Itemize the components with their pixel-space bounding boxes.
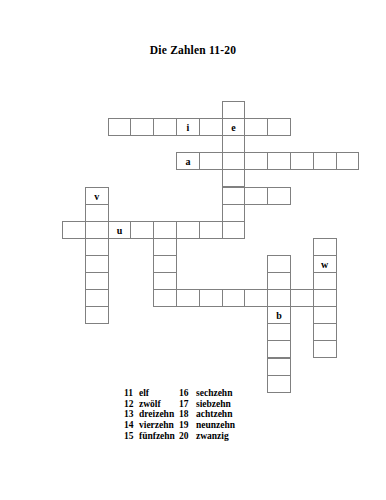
crossword-cell-empty[interactable] [108,118,132,136]
clue-number: 13 [124,409,139,420]
clue-number: 16 [179,388,196,399]
crossword-cell-empty[interactable] [199,221,223,239]
crossword-cell-empty[interactable] [267,375,291,393]
crossword-cell-empty[interactable] [153,255,177,273]
crossword-cell-empty[interactable] [130,118,154,136]
clue-number: 12 [124,399,139,410]
clue-word: neunzehn [196,420,235,431]
crossword-cell-empty[interactable] [222,169,246,187]
crossword-cell-empty[interactable] [336,152,360,170]
crossword-cell-empty[interactable] [267,323,291,341]
crossword-cell-empty[interactable] [153,238,177,256]
crossword-cell-empty[interactable] [267,272,291,290]
crossword-cell-empty[interactable] [85,255,109,273]
crossword-cell-empty[interactable] [153,272,177,290]
crossword-cell-empty[interactable] [85,238,109,256]
crossword-cell-empty[interactable] [130,221,154,239]
clue-word: achtzehn [196,409,235,420]
crossword-cell-empty[interactable] [313,340,337,358]
crossword-cell-empty[interactable] [85,272,109,290]
crossword-cell-given-letter[interactable]: w [313,255,337,273]
crossword-cell-empty[interactable] [244,118,268,136]
crossword-cell-empty[interactable] [222,101,246,119]
clue-number: 11 [124,388,139,399]
crossword-cell-empty[interactable] [244,187,268,205]
crossword-cell-given-letter[interactable]: b [267,306,291,324]
clue-word: siebzehn [196,399,235,410]
clue-word: zwanzig [196,431,235,442]
crossword-cell-empty[interactable] [267,255,291,273]
clue-word: elf [139,388,179,399]
crossword-cell-empty[interactable] [199,118,223,136]
crossword-cell-empty[interactable] [313,306,337,324]
clue-word: fünfzehn [139,431,179,442]
crossword-cell-empty[interactable] [199,289,223,307]
crossword-cell-empty[interactable] [267,187,291,205]
word-list: 11 elf 16 sechzehn 12 zwölf 17 siebzehn … [124,388,235,441]
crossword-cell-empty[interactable] [176,221,200,239]
crossword-cell-empty[interactable] [222,187,246,205]
clue-word: sechzehn [196,388,235,399]
crossword-cell-empty[interactable] [244,152,268,170]
crossword-cell-empty[interactable] [222,289,246,307]
crossword-cell-empty[interactable] [199,152,223,170]
crossword-cell-empty[interactable] [153,289,177,307]
crossword-cell-empty[interactable] [85,289,109,307]
crossword-cell-empty[interactable] [313,152,337,170]
clue-number: 14 [124,420,139,431]
crossword-cell-empty[interactable] [313,289,337,307]
clue-word: zwölf [139,399,179,410]
clue-number: 18 [179,409,196,420]
crossword-cell-empty[interactable] [85,221,109,239]
crossword-cell-empty[interactable] [153,221,177,239]
crossword-cell-given-letter[interactable]: a [176,152,200,170]
worksheet-page: Die Zahlen 11-20 ieavuwb 11 elf 16 sechz… [0,0,386,500]
crossword-cell-empty[interactable] [222,221,246,239]
clue-number: 17 [179,399,196,410]
crossword-cell-empty[interactable] [222,204,246,222]
crossword-cell-empty[interactable] [267,289,291,307]
crossword-cell-empty[interactable] [267,358,291,376]
clue-word: dreizehn [139,409,179,420]
crossword-cell-empty[interactable] [244,289,268,307]
crossword-cell-empty[interactable] [313,238,337,256]
clue-number: 19 [179,420,196,431]
crossword-cell-empty[interactable] [267,118,291,136]
page-title: Die Zahlen 11-20 [0,44,386,56]
crossword-cell-empty[interactable] [222,152,246,170]
crossword-cell-empty[interactable] [153,118,177,136]
clue-word: vierzehn [139,420,179,431]
crossword-cell-empty[interactable] [62,221,86,239]
crossword-cell-empty[interactable] [85,306,109,324]
clue-number: 15 [124,431,139,442]
crossword-grid: ieavuwb [62,101,360,393]
crossword-cell-given-letter[interactable]: v [85,187,109,205]
crossword-cell-given-letter[interactable]: i [176,118,200,136]
crossword-cell-given-letter[interactable]: u [108,221,132,239]
crossword-cell-empty[interactable] [267,152,291,170]
crossword-cell-empty[interactable] [176,289,200,307]
crossword-cell-empty[interactable] [85,204,109,222]
crossword-cell-empty[interactable] [290,289,314,307]
crossword-cell-empty[interactable] [313,272,337,290]
crossword-cell-empty[interactable] [313,323,337,341]
clue-number: 20 [179,431,196,442]
crossword-cell-empty[interactable] [290,152,314,170]
crossword-cell-empty[interactable] [222,135,246,153]
crossword-cell-given-letter[interactable]: e [222,118,246,136]
crossword-cell-empty[interactable] [267,340,291,358]
